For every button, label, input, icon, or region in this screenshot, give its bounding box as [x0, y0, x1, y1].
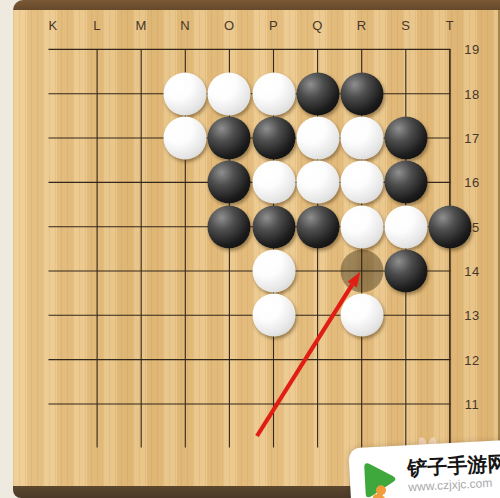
- column-label-O: O: [224, 18, 235, 33]
- column-label-R: R: [357, 18, 367, 33]
- column-label-L: L: [93, 18, 101, 33]
- stone-black-P15: [252, 205, 295, 248]
- row-label-18: 18: [464, 86, 479, 101]
- row-label-19: 19: [464, 42, 479, 57]
- stone-black-O17: [208, 117, 251, 160]
- stone-white-P16: [252, 161, 295, 204]
- stone-black-S17: [384, 117, 427, 160]
- stone-black-S16: [384, 161, 427, 204]
- stone-black-T15: [428, 205, 471, 248]
- watermark: 铲子手游网 www.czjxjc.com: [348, 440, 500, 498]
- board-edge-top: [13, 0, 500, 10]
- stone-black-S14: [384, 250, 427, 293]
- watermark-logo-icon: [358, 458, 402, 498]
- row-label-14: 14: [464, 264, 479, 279]
- column-label-T: T: [446, 18, 454, 33]
- column-label-M: M: [136, 18, 147, 33]
- go-board-screenshot: KLMNOPQRST19181716151413121110 铲子手游网 www…: [0, 0, 500, 498]
- stone-white-P14: [252, 250, 295, 293]
- stone-white-S15: [384, 205, 427, 248]
- stone-white-R13: [340, 294, 383, 337]
- stone-black-O16: [208, 161, 251, 204]
- row-label-13: 13: [464, 308, 479, 323]
- row-label-11: 11: [465, 396, 480, 411]
- row-label-12: 12: [464, 352, 479, 367]
- column-label-K: K: [48, 18, 57, 33]
- stone-black-Q15: [296, 205, 339, 248]
- stone-white-O18: [208, 72, 251, 115]
- stone-white-N17: [164, 117, 207, 160]
- watermark-site-url: www.czjxjc.com: [408, 476, 500, 494]
- stone-black-O15: [208, 205, 251, 248]
- column-label-S: S: [401, 18, 410, 33]
- highlight-point-R14[interactable]: [340, 250, 383, 293]
- stone-white-P18: [252, 72, 295, 115]
- stone-white-P13: [252, 294, 295, 337]
- stone-white-Q16: [296, 161, 339, 204]
- row-label-17: 17: [464, 131, 479, 146]
- row-label-16: 16: [464, 175, 479, 190]
- stone-white-R16: [340, 161, 383, 204]
- stone-white-R17: [340, 117, 383, 160]
- stone-black-Q18: [296, 72, 339, 115]
- column-label-P: P: [269, 18, 278, 33]
- stone-white-Q17: [296, 117, 339, 160]
- stone-white-N18: [164, 72, 207, 115]
- stone-black-P17: [252, 117, 295, 160]
- column-label-N: N: [180, 18, 190, 33]
- stone-black-R18: [340, 72, 383, 115]
- column-label-Q: Q: [312, 18, 323, 33]
- stone-white-R15: [340, 205, 383, 248]
